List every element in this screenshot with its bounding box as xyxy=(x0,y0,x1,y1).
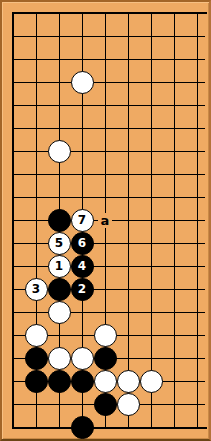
stone-white-C6 xyxy=(48,301,71,324)
stone-white-D4 xyxy=(71,347,94,370)
stone-black-D3 xyxy=(71,370,94,393)
stone-black-C3 xyxy=(48,370,71,393)
stone-black-B3 xyxy=(25,370,48,393)
stone-black-B4 xyxy=(25,347,48,370)
stone-white-C9: 5 xyxy=(48,232,71,255)
stone-white-B7: 3 xyxy=(25,278,48,301)
stone-white-D10: 7 xyxy=(71,209,94,232)
point-label-a: a xyxy=(94,209,117,232)
stone-black-C10 xyxy=(48,209,71,232)
stone-white-B5 xyxy=(25,324,48,347)
stone-white-C8: 1 xyxy=(48,255,71,278)
stones-layer: 7561432a xyxy=(2,2,209,439)
stone-white-F3 xyxy=(117,370,140,393)
stone-black-D7: 2 xyxy=(71,278,94,301)
go-board: 7561432a xyxy=(0,0,211,441)
stone-black-C7 xyxy=(48,278,71,301)
stone-white-E3 xyxy=(94,370,117,393)
stone-white-C13 xyxy=(48,140,71,163)
stone-black-E4 xyxy=(94,347,117,370)
stone-black-E2 xyxy=(94,393,117,416)
stone-white-D16 xyxy=(71,71,94,94)
stone-black-D8: 4 xyxy=(71,255,94,278)
stone-white-F2 xyxy=(117,393,140,416)
stone-black-D9: 6 xyxy=(71,232,94,255)
stone-white-G3 xyxy=(140,370,163,393)
stone-black-D1 xyxy=(71,416,94,439)
stone-white-E5 xyxy=(94,324,117,347)
stone-white-C4 xyxy=(48,347,71,370)
